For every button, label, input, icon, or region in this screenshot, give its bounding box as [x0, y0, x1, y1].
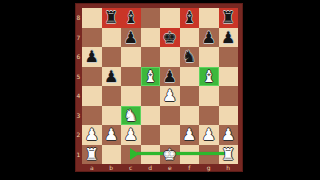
piece-black-bishop-c8[interactable]: ♝	[121, 8, 141, 28]
square-g6[interactable]	[199, 47, 219, 67]
square-a5[interactable]	[82, 67, 102, 87]
square-d6[interactable]	[141, 47, 161, 67]
piece-white-pawn-e4[interactable]: ♟	[160, 86, 180, 106]
square-e2[interactable]	[160, 125, 180, 145]
square-a2[interactable]: ♟	[82, 125, 102, 145]
piece-white-pawn-b2[interactable]: ♟	[102, 125, 122, 145]
square-d2[interactable]	[141, 125, 161, 145]
piece-black-bishop-f8[interactable]: ♝	[180, 8, 200, 28]
piece-black-rook-b8[interactable]: ♜	[102, 8, 122, 28]
square-b5[interactable]: ♟	[102, 67, 122, 87]
piece-black-pawn-g7[interactable]: ♟	[199, 28, 219, 48]
square-b4[interactable]	[102, 86, 122, 106]
square-a1[interactable]: ♜	[82, 145, 102, 165]
file-label-b: b	[102, 164, 122, 172]
square-e3[interactable]	[160, 106, 180, 126]
square-f4[interactable]	[180, 86, 200, 106]
rank-labels: 87654321	[75, 8, 82, 164]
piece-white-pawn-f2[interactable]: ♟	[180, 125, 200, 145]
rank-label-8: 8	[75, 8, 82, 28]
piece-white-pawn-a2[interactable]: ♟	[82, 125, 102, 145]
square-g2[interactable]: ♟	[199, 125, 219, 145]
piece-white-pawn-c2[interactable]: ♟	[121, 125, 141, 145]
square-b1[interactable]	[102, 145, 122, 165]
piece-black-pawn-h7[interactable]: ♟	[219, 28, 239, 48]
square-f8[interactable]: ♝	[180, 8, 200, 28]
square-h8[interactable]: ♜	[219, 8, 239, 28]
piece-black-knight-f6[interactable]: ♞	[180, 47, 200, 67]
square-e6[interactable]	[160, 47, 180, 67]
square-e4[interactable]: ♟	[160, 86, 180, 106]
piece-white-bishop-g5[interactable]: ♝	[199, 67, 219, 87]
square-g5[interactable]: ♝	[199, 67, 219, 87]
square-g7[interactable]: ♟	[199, 28, 219, 48]
square-a8[interactable]	[82, 8, 102, 28]
square-c7[interactable]: ♟	[121, 28, 141, 48]
square-g4[interactable]	[199, 86, 219, 106]
piece-black-king-e7[interactable]: ♚	[160, 28, 180, 48]
square-b3[interactable]	[102, 106, 122, 126]
file-label-c: c	[121, 164, 141, 172]
square-d8[interactable]	[141, 8, 161, 28]
square-b2[interactable]: ♟	[102, 125, 122, 145]
rank-label-7: 7	[75, 28, 82, 48]
rank-label-4: 4	[75, 86, 82, 106]
square-h5[interactable]	[219, 67, 239, 87]
square-c4[interactable]	[121, 86, 141, 106]
move-arrow	[131, 148, 229, 160]
square-b8[interactable]: ♜	[102, 8, 122, 28]
square-a4[interactable]	[82, 86, 102, 106]
rank-label-2: 2	[75, 125, 82, 145]
square-a3[interactable]	[82, 106, 102, 126]
file-label-a: a	[82, 164, 102, 172]
piece-black-rook-h8[interactable]: ♜	[219, 8, 239, 28]
file-label-d: d	[141, 164, 161, 172]
rank-label-6: 6	[75, 47, 82, 67]
square-c3[interactable]: ♞	[121, 106, 141, 126]
rank-label-1: 1	[75, 145, 82, 165]
piece-black-pawn-e5[interactable]: ♟	[160, 67, 180, 87]
square-e5[interactable]: ♟	[160, 67, 180, 87]
square-f5[interactable]	[180, 67, 200, 87]
piece-white-bishop-d5[interactable]: ♝	[141, 67, 161, 87]
square-h2[interactable]: ♟	[219, 125, 239, 145]
square-d3[interactable]	[141, 106, 161, 126]
square-d5[interactable]: ♝	[141, 67, 161, 87]
square-h7[interactable]: ♟	[219, 28, 239, 48]
piece-black-pawn-b5[interactable]: ♟	[102, 67, 122, 87]
file-label-g: g	[199, 164, 219, 172]
square-h3[interactable]	[219, 106, 239, 126]
square-b6[interactable]	[102, 47, 122, 67]
square-g3[interactable]	[199, 106, 219, 126]
rank-label-3: 3	[75, 106, 82, 126]
piece-white-king-e1[interactable]: ♚	[160, 145, 180, 165]
square-d4[interactable]	[141, 86, 161, 106]
piece-white-knight-c3[interactable]: ♞	[121, 106, 141, 126]
rank-label-5: 5	[75, 67, 82, 87]
piece-white-rook-a1[interactable]: ♜	[82, 145, 102, 165]
square-f7[interactable]	[180, 28, 200, 48]
square-e7[interactable]: ♚	[160, 28, 180, 48]
file-label-e: e	[160, 164, 180, 172]
file-labels: abcdefgh	[82, 164, 238, 172]
square-b7[interactable]	[102, 28, 122, 48]
piece-black-pawn-c7[interactable]: ♟	[121, 28, 141, 48]
piece-black-pawn-a6[interactable]: ♟	[82, 47, 102, 67]
square-f6[interactable]: ♞	[180, 47, 200, 67]
square-a6[interactable]: ♟	[82, 47, 102, 67]
square-h1[interactable]: ♜	[219, 145, 239, 165]
file-label-h: h	[219, 164, 239, 172]
square-a7[interactable]	[82, 28, 102, 48]
square-d7[interactable]	[141, 28, 161, 48]
square-f3[interactable]	[180, 106, 200, 126]
square-h4[interactable]	[219, 86, 239, 106]
square-c5[interactable]	[121, 67, 141, 87]
square-c6[interactable]	[121, 47, 141, 67]
square-e1[interactable]: ♚	[160, 145, 180, 165]
square-c2[interactable]: ♟	[121, 125, 141, 145]
chess-board: 87654321 ♜♝♝♜♟♚♟♟♟♞♟♝♟♝♟♞♟♟♟♟♟♟♜♚♜ abcde…	[75, 3, 243, 172]
square-f2[interactable]: ♟	[180, 125, 200, 145]
piece-white-pawn-h2[interactable]: ♟	[219, 125, 239, 145]
board-squares: ♜♝♝♜♟♚♟♟♟♞♟♝♟♝♟♞♟♟♟♟♟♟♜♚♜	[82, 8, 238, 164]
file-label-f: f	[180, 164, 200, 172]
square-g8[interactable]	[199, 8, 219, 28]
piece-white-rook-h1[interactable]: ♜	[219, 145, 239, 165]
piece-white-pawn-g2[interactable]: ♟	[199, 125, 219, 145]
square-e8[interactable]	[160, 8, 180, 28]
square-c8[interactable]: ♝	[121, 8, 141, 28]
square-h6[interactable]	[219, 47, 239, 67]
